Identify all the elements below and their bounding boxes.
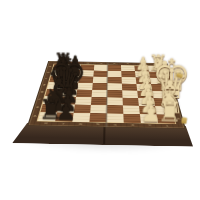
square-a4[interactable] [107, 113, 124, 122]
square-a5[interactable] [89, 113, 106, 122]
coordinate-label: 8 [37, 121, 55, 125]
coordinate-label: 2 [141, 123, 159, 127]
coordinate-label: 3 [124, 123, 142, 127]
chess-set: 8877665544332211HHGGFFEEDDCCBBAA♜♟♟♜♞♟♟♞… [38, 21, 177, 160]
board-frame: 8877665544332211HHGGFFEEDDCCBBAA♜♟♟♜♞♟♟♞… [27, 61, 186, 129]
coordinate-label: 4 [106, 123, 123, 127]
coordinate-label: 5 [89, 122, 107, 126]
square-b5[interactable] [90, 105, 107, 114]
coordinate-label: 3 [121, 63, 134, 65]
coordinate-label: 7 [54, 122, 72, 126]
coordinate-label: 1 [158, 124, 176, 128]
square-b4[interactable] [107, 105, 124, 114]
coordinate-label: 4 [108, 62, 121, 64]
coordinate-label: 6 [72, 122, 90, 126]
product-photo-backdrop: 8877665544332211HHGGFFEEDDCCBBAA♜♟♟♜♞♟♟♞… [0, 0, 200, 200]
square-a3[interactable] [123, 114, 141, 123]
square-b3[interactable] [123, 105, 140, 114]
coordinate-label: 5 [94, 62, 107, 64]
brass-latch-icon[interactable] [181, 117, 187, 124]
